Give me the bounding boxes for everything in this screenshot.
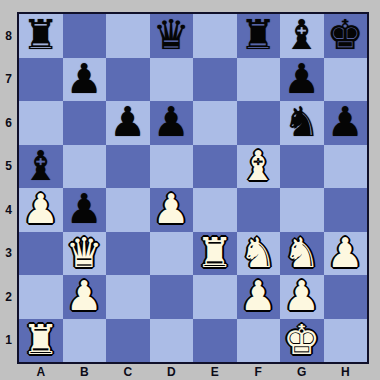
file-label-c: C: [106, 363, 150, 380]
square-h1[interactable]: [324, 319, 368, 363]
piece-white-queen[interactable]: ♛: [66, 232, 103, 276]
square-d2[interactable]: [150, 275, 194, 319]
file-label-d: D: [150, 363, 194, 380]
piece-white-pawn[interactable]: ♟: [22, 188, 59, 232]
piece-white-pawn[interactable]: ♟: [66, 275, 103, 319]
square-e4[interactable]: [193, 188, 237, 232]
rank-label-8: 8: [0, 14, 17, 58]
piece-black-knight[interactable]: ♞: [283, 101, 320, 145]
square-c7[interactable]: [106, 58, 150, 102]
square-b5[interactable]: [63, 145, 107, 189]
piece-white-knight[interactable]: ♞: [240, 232, 277, 276]
square-f6[interactable]: [237, 101, 281, 145]
piece-black-rook[interactable]: ♜: [240, 14, 277, 58]
square-c6[interactable]: ♟: [106, 101, 150, 145]
square-b2[interactable]: ♟: [63, 275, 107, 319]
piece-white-king[interactable]: ♚: [283, 319, 320, 363]
square-f5[interactable]: ♝: [237, 145, 281, 189]
square-d7[interactable]: [150, 58, 194, 102]
piece-black-king[interactable]: ♚: [327, 14, 364, 58]
rank-label-6: 6: [0, 101, 17, 145]
piece-white-pawn[interactable]: ♟: [153, 188, 190, 232]
square-a8[interactable]: ♜: [19, 14, 63, 58]
file-label-f: F: [237, 363, 281, 380]
square-b7[interactable]: ♟: [63, 58, 107, 102]
piece-white-rook[interactable]: ♜: [196, 232, 233, 276]
square-a7[interactable]: [19, 58, 63, 102]
piece-black-pawn[interactable]: ♟: [66, 188, 103, 232]
square-d4[interactable]: ♟: [150, 188, 194, 232]
square-a1[interactable]: ♜: [19, 319, 63, 363]
square-a4[interactable]: ♟: [19, 188, 63, 232]
piece-black-pawn[interactable]: ♟: [327, 101, 364, 145]
square-b1[interactable]: [63, 319, 107, 363]
square-g7[interactable]: ♟: [280, 58, 324, 102]
square-e2[interactable]: [193, 275, 237, 319]
piece-white-pawn[interactable]: ♟: [327, 232, 364, 276]
square-g2[interactable]: ♟: [280, 275, 324, 319]
square-h2[interactable]: [324, 275, 368, 319]
square-f7[interactable]: [237, 58, 281, 102]
piece-white-rook[interactable]: ♜: [22, 319, 59, 363]
square-f4[interactable]: [237, 188, 281, 232]
file-label-b: B: [63, 363, 107, 380]
square-d1[interactable]: [150, 319, 194, 363]
piece-black-queen[interactable]: ♛: [153, 14, 190, 58]
square-a6[interactable]: [19, 101, 63, 145]
square-h4[interactable]: [324, 188, 368, 232]
square-g4[interactable]: [280, 188, 324, 232]
square-b3[interactable]: ♛: [63, 232, 107, 276]
square-c2[interactable]: [106, 275, 150, 319]
square-f3[interactable]: ♞: [237, 232, 281, 276]
rank-label-5: 5: [0, 145, 17, 189]
board-grid: ♜♛♜♝♚♟♟♟♟♞♟♝♝♟♟♟♛♜♞♞♟♟♟♟♜♚: [19, 14, 367, 362]
square-b8[interactable]: [63, 14, 107, 58]
square-h6[interactable]: ♟: [324, 101, 368, 145]
square-h7[interactable]: [324, 58, 368, 102]
rank-labels: 87654321: [0, 14, 17, 362]
square-c5[interactable]: [106, 145, 150, 189]
piece-white-pawn[interactable]: ♟: [240, 275, 277, 319]
square-c8[interactable]: [106, 14, 150, 58]
square-f1[interactable]: [237, 319, 281, 363]
chess-app-screen: 87654321 ♜♛♜♝♚♟♟♟♟♞♟♝♝♟♟♟♛♜♞♞♟♟♟♟♜♚ ABCD…: [0, 0, 380, 380]
square-g6[interactable]: ♞: [280, 101, 324, 145]
piece-black-pawn[interactable]: ♟: [153, 101, 190, 145]
square-g1[interactable]: ♚: [280, 319, 324, 363]
rank-label-1: 1: [0, 319, 17, 363]
square-g8[interactable]: ♝: [280, 14, 324, 58]
rank-label-2: 2: [0, 275, 17, 319]
square-a3[interactable]: [19, 232, 63, 276]
square-e6[interactable]: [193, 101, 237, 145]
piece-black-pawn[interactable]: ♟: [66, 58, 103, 102]
chess-board: ♜♛♜♝♚♟♟♟♟♞♟♝♝♟♟♟♛♜♞♞♟♟♟♟♜♚: [17, 12, 369, 364]
square-h8[interactable]: ♚: [324, 14, 368, 58]
rank-label-3: 3: [0, 232, 17, 276]
piece-white-pawn[interactable]: ♟: [283, 275, 320, 319]
square-f2[interactable]: ♟: [237, 275, 281, 319]
rank-label-7: 7: [0, 58, 17, 102]
square-e7[interactable]: [193, 58, 237, 102]
square-h3[interactable]: ♟: [324, 232, 368, 276]
square-d5[interactable]: [150, 145, 194, 189]
file-label-g: G: [280, 363, 324, 380]
piece-white-knight[interactable]: ♞: [283, 232, 320, 276]
square-c4[interactable]: [106, 188, 150, 232]
square-a2[interactable]: [19, 275, 63, 319]
square-e1[interactable]: [193, 319, 237, 363]
file-label-a: A: [19, 363, 63, 380]
square-f8[interactable]: ♜: [237, 14, 281, 58]
square-e8[interactable]: [193, 14, 237, 58]
piece-black-pawn[interactable]: ♟: [283, 58, 320, 102]
piece-black-pawn[interactable]: ♟: [109, 101, 146, 145]
square-b4[interactable]: ♟: [63, 188, 107, 232]
square-b6[interactable]: [63, 101, 107, 145]
square-g3[interactable]: ♞: [280, 232, 324, 276]
square-c3[interactable]: [106, 232, 150, 276]
piece-black-bishop[interactable]: ♝: [22, 145, 59, 189]
piece-white-bishop[interactable]: ♝: [240, 145, 277, 189]
square-e3[interactable]: ♜: [193, 232, 237, 276]
file-label-e: E: [193, 363, 237, 380]
piece-black-rook[interactable]: ♜: [22, 14, 59, 58]
square-d3[interactable]: [150, 232, 194, 276]
rank-label-4: 4: [0, 188, 17, 232]
square-h5[interactable]: [324, 145, 368, 189]
square-c1[interactable]: [106, 319, 150, 363]
file-label-h: H: [324, 363, 368, 380]
square-d6[interactable]: ♟: [150, 101, 194, 145]
square-e5[interactable]: [193, 145, 237, 189]
file-labels: ABCDEFGH: [19, 363, 367, 380]
square-g5[interactable]: [280, 145, 324, 189]
square-a5[interactable]: ♝: [19, 145, 63, 189]
piece-black-bishop[interactable]: ♝: [283, 14, 320, 58]
square-d8[interactable]: ♛: [150, 14, 194, 58]
